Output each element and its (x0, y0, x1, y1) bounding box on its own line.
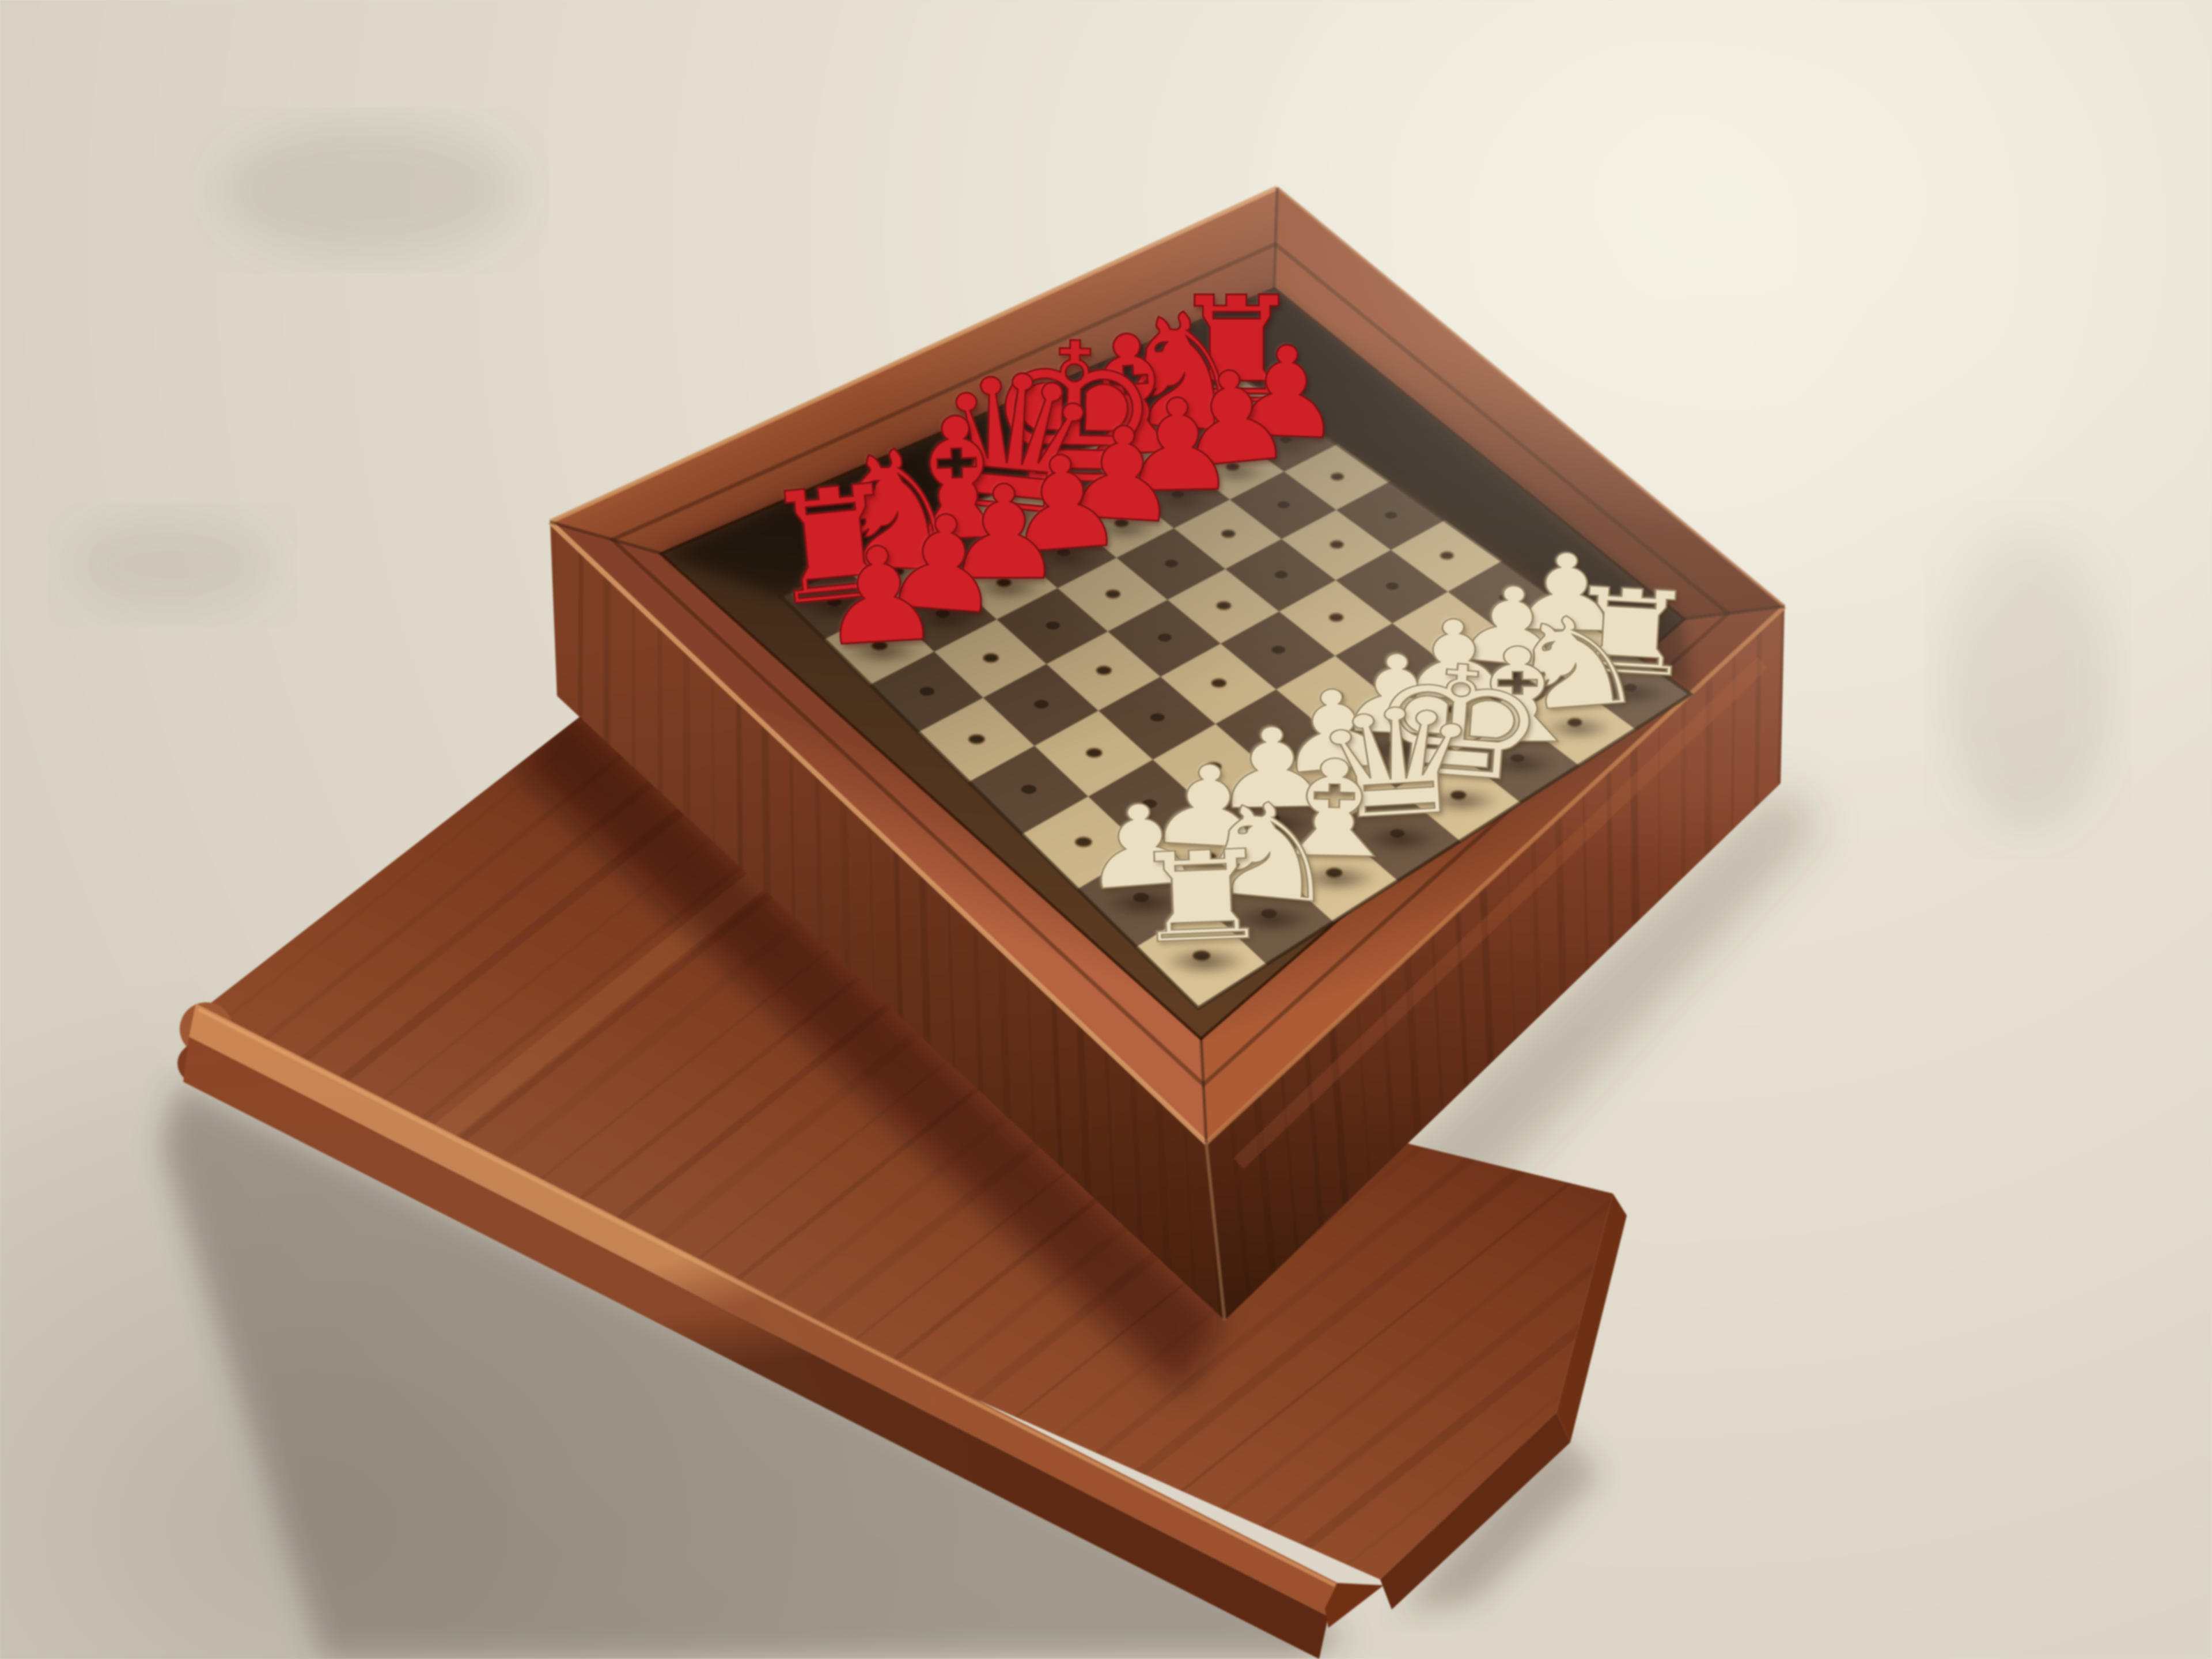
photo-stage: ♜♞♟♝♟♚♟♛♟♝♟♞♟♜♟♟♟♟♜♟♞♟♝♟♚♟♛♟♝♟♞♜ (0, 0, 2212, 1659)
piece-red-pawn-a7[interactable]: ♟ (814, 527, 945, 665)
piece-white-rook-a1[interactable]: ♜ (1126, 833, 1277, 961)
